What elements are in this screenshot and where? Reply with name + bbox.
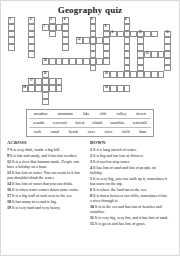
across-clue: 19It is very hard and very heavy.	[7, 205, 86, 210]
crossword-grid: 12345678910111213141516171819	[8, 17, 172, 106]
clue-number: 2	[30, 18, 31, 21]
grid-cell[interactable]	[137, 65, 144, 72]
grid-cell[interactable]	[103, 31, 110, 38]
grid-cell[interactable]	[151, 71, 158, 78]
across-clue-list: 7It is very dark, inside a big hill.9It …	[7, 147, 86, 210]
across-clue: 14It has lots of water that you can drin…	[7, 181, 86, 186]
grid-cell[interactable]	[76, 58, 83, 65]
down-clue: 5It is very big, you can walk up it, som…	[90, 176, 169, 186]
grid-cell[interactable]	[124, 85, 131, 92]
clue-number: 8	[105, 25, 106, 28]
grid-cell[interactable]	[28, 44, 35, 51]
word-bank-word: coastline	[110, 119, 124, 127]
grid-cell[interactable]	[124, 44, 131, 51]
clue-number: 15	[90, 221, 94, 226]
grid-cell[interactable]	[8, 44, 15, 51]
clue-number: 19	[7, 205, 11, 210]
grid-cell[interactable]	[28, 85, 35, 92]
grid-cell[interactable]: 6	[124, 17, 131, 24]
grid-cell[interactable]	[28, 24, 35, 31]
grid-cell[interactable]: 15	[42, 71, 49, 78]
worksheet-page: Geography quiz 1234567891011121314151617…	[0, 0, 180, 256]
grid-cell[interactable]	[62, 24, 69, 31]
word-bank-word: field	[122, 128, 129, 136]
grid-cell[interactable]: 2	[28, 17, 35, 24]
word-bank-word: beach	[69, 128, 78, 136]
clue-number: 16	[7, 187, 11, 192]
grid-cell[interactable]	[83, 37, 90, 44]
clue-number: 5	[91, 18, 92, 21]
grid-cell[interactable]	[151, 31, 158, 38]
grid-cell[interactable]	[124, 65, 131, 72]
grid-cell[interactable]	[164, 37, 171, 44]
clue-number: 4	[64, 18, 65, 21]
page-title: Geography quiz	[1, 5, 179, 15]
word-bank-word: meadow	[34, 110, 48, 118]
down-clue: 1It is a long stretch of water.	[90, 147, 169, 152]
clue-number: 6	[125, 18, 126, 21]
across-clue: 7It is very dark, inside a big hill.	[7, 147, 86, 152]
grid-cell[interactable]	[49, 31, 56, 38]
grid-cell[interactable]	[49, 85, 56, 92]
clue-number: 12	[78, 38, 81, 41]
grid-cell[interactable]: 11	[164, 31, 171, 38]
grid-cell[interactable]	[90, 58, 97, 65]
across-clue: 12It is a river that humans made. People…	[7, 159, 86, 169]
grid-cell[interactable]: 10	[137, 31, 144, 38]
grid-cell[interactable]	[151, 51, 158, 58]
down-clue-list: 1It is a long stretch of water.2It is bi…	[90, 147, 169, 226]
clue-number: 14	[7, 181, 11, 186]
grid-cell[interactable]: 13	[144, 51, 151, 58]
grid-cell[interactable]	[103, 44, 110, 51]
grid-cell[interactable]	[124, 31, 131, 38]
across-header: ACROSS	[7, 140, 86, 145]
word-bank-word: valley	[116, 110, 126, 118]
clue-number: 17	[7, 193, 11, 198]
grid-cell[interactable]	[117, 85, 124, 92]
clue-number: 4	[90, 165, 92, 170]
across-clue: 9It is flat and sandy, and it has hot we…	[7, 153, 86, 158]
word-bank-word: cave	[88, 128, 95, 136]
word-bank-word: seaside	[33, 119, 45, 127]
clue-number: 3	[90, 159, 92, 164]
grid-cell[interactable]	[96, 37, 103, 44]
grid-cell[interactable]	[124, 51, 131, 58]
word-bank-row: rockcanalbeachcaveriverfielddam	[29, 128, 151, 136]
grid-cell[interactable]	[90, 24, 97, 31]
grid-cell[interactable]: 5	[90, 17, 97, 24]
clue-number: 15	[44, 72, 47, 75]
word-bank-word: reservoir	[53, 119, 67, 127]
grid-cell[interactable]	[42, 78, 49, 85]
down-clue: 6It is where the land meets the sea.	[90, 187, 169, 192]
grid-cell[interactable]	[8, 37, 15, 44]
grid-cell[interactable]	[28, 51, 35, 58]
grid-cell[interactable]	[49, 78, 56, 85]
word-bank-word: mountain	[58, 110, 73, 118]
grid-cell[interactable]	[124, 58, 131, 65]
grid-cell[interactable]	[62, 31, 69, 38]
grid-cell[interactable]	[28, 37, 35, 44]
grid-cell[interactable]	[144, 71, 151, 78]
word-bank-row: meadowmountainlakecliffvalleydesert	[29, 110, 151, 119]
clue-number: 3	[50, 18, 51, 21]
grid-cell[interactable]: 19	[103, 85, 110, 92]
grid-cell[interactable]	[56, 85, 63, 92]
grid-cell[interactable]: 7	[42, 24, 49, 31]
clue-number: 9	[7, 153, 9, 158]
down-clue: 4It has lots of sand and lots of people …	[90, 165, 169, 175]
word-bank-word: island	[92, 119, 102, 127]
grid-cell[interactable]	[49, 58, 56, 65]
down-section: DOWN 1It is a long stretch of water.2It …	[90, 139, 173, 227]
grid-cell[interactable]	[124, 37, 131, 44]
grid-cell[interactable]: 8	[103, 24, 110, 31]
grid-cell[interactable]	[42, 85, 49, 92]
grid-cell[interactable]	[103, 51, 110, 58]
grid-cell[interactable]	[110, 85, 117, 92]
grid-cell[interactable]	[62, 37, 69, 44]
grid-cell[interactable]	[90, 44, 97, 51]
across-clue: 13It has lots of water. You can swim in …	[7, 170, 86, 180]
grid-cell[interactable]	[130, 71, 137, 78]
across-clue: 17It is a big wall of rock next to the s…	[7, 193, 86, 198]
grid-cell[interactable]	[164, 58, 171, 65]
down-clue: 15It is green and has lots of grass.	[90, 221, 169, 226]
across-clue: 16It is when water comes down some rocks…	[7, 187, 86, 192]
word-bank-word: cliff	[100, 110, 107, 118]
down-clue: 10It is in the sea and has lots of beach…	[90, 204, 169, 214]
grid-cell[interactable]	[117, 31, 124, 38]
clue-number: 2	[90, 153, 92, 158]
clue-number: 1	[10, 18, 11, 21]
clues-section: ACROSS 7It is very dark, inside a big hi…	[1, 137, 179, 227]
clue-number: 10	[90, 204, 94, 209]
grid-cell[interactable]	[158, 71, 165, 78]
clue-number: 16	[105, 72, 108, 75]
clue-number: 18	[7, 199, 11, 204]
clue-number: 14	[44, 59, 47, 62]
clue-number: 6	[90, 187, 92, 192]
grid-cell[interactable]	[158, 51, 165, 58]
down-clue: 8It is down between two hills, sometimes…	[90, 193, 169, 203]
down-clue: 2It is big and has lots of flowers.	[90, 153, 169, 158]
grid-cell[interactable]	[110, 71, 117, 78]
clue-number: 5	[90, 176, 92, 181]
grid-cell[interactable]: 18	[22, 85, 29, 92]
grid-cell[interactable]	[62, 58, 69, 65]
grid-cell[interactable]	[35, 85, 42, 92]
grid-cell[interactable]	[83, 58, 90, 65]
grid-cell[interactable]	[90, 65, 97, 72]
word-bank-word: desert	[136, 110, 146, 118]
word-bank-word: river	[105, 128, 113, 136]
grid-cell[interactable]: 4	[62, 17, 69, 24]
across-section: ACROSS 7It is very dark, inside a big hi…	[7, 139, 90, 227]
clue-number: 7	[44, 25, 45, 28]
grid-cell[interactable]: 3	[49, 17, 56, 24]
grid-cell[interactable]	[103, 37, 110, 44]
grid-cell[interactable]	[90, 37, 97, 44]
down-clue: 11It is very big, very hot, and it has l…	[90, 215, 169, 220]
word-bank: meadowmountainlakecliffvalleydesertseasi…	[26, 109, 154, 137]
grid-cell[interactable]	[8, 31, 15, 38]
word-bank-word: forest	[75, 119, 84, 127]
grid-cell[interactable]	[124, 71, 131, 78]
grid-cell[interactable]	[90, 51, 97, 58]
grid-cell[interactable]	[164, 65, 171, 72]
grid-cell[interactable]: 9	[110, 31, 117, 38]
grid-cell[interactable]	[137, 37, 144, 44]
grid-cell[interactable]	[137, 51, 144, 58]
grid-cell[interactable]: 12	[76, 37, 83, 44]
grid-cell[interactable]	[164, 51, 171, 58]
grid-cell[interactable]	[56, 24, 63, 31]
word-bank-word: dam	[139, 128, 146, 136]
grid-cell[interactable]	[137, 71, 144, 78]
clue-number: 18	[23, 86, 26, 89]
grid-cell[interactable]	[103, 58, 110, 65]
grid-cell[interactable]: 1	[8, 17, 15, 24]
word-bank-word: lake	[83, 110, 90, 118]
word-bank-word: canal	[51, 128, 59, 136]
clue-number: 17	[30, 79, 33, 82]
grid-cell[interactable]	[8, 24, 15, 31]
grid-cell[interactable]	[137, 44, 144, 51]
grid-cell[interactable]	[56, 78, 63, 85]
word-bank-row: seasidereservoirforestislandcoastlinewat…	[29, 119, 151, 128]
grid-cell[interactable]	[124, 24, 131, 31]
grid-cell[interactable]	[90, 31, 97, 38]
grid-cell[interactable]	[28, 31, 35, 38]
clue-number: 11	[90, 215, 94, 220]
clue-number: 1	[90, 147, 92, 152]
grid-cell[interactable]	[130, 31, 137, 38]
grid-cell[interactable]	[56, 58, 63, 65]
grid-cell[interactable]	[62, 44, 69, 51]
grid-cell[interactable]	[42, 92, 49, 99]
clue-number: 11	[166, 31, 169, 34]
down-clue: 3It is used to stop water.	[90, 159, 169, 164]
grid-cell[interactable]	[49, 24, 56, 31]
grid-cell[interactable]: 16	[103, 71, 110, 78]
grid-cell[interactable]	[35, 78, 42, 85]
grid-cell[interactable]	[96, 58, 103, 65]
clue-number: 12	[7, 159, 11, 164]
clue-number: 13	[146, 52, 149, 55]
word-bank-word: rock	[34, 128, 41, 136]
clue-number: 8	[90, 193, 92, 198]
grid-cell[interactable]: 17	[28, 78, 35, 85]
clue-number: 10	[139, 31, 142, 34]
grid-cell[interactable]	[137, 58, 144, 65]
across-clue: 18It has many trees and is big.	[7, 199, 86, 204]
grid-cell[interactable]	[69, 58, 76, 65]
grid-cell[interactable]	[42, 99, 49, 106]
down-header: DOWN	[90, 140, 169, 145]
clue-number: 9	[112, 31, 113, 34]
grid-cell[interactable]	[144, 31, 151, 38]
grid-cell[interactable]	[117, 71, 124, 78]
clue-number: 13	[7, 170, 11, 175]
clue-number: 7	[7, 147, 9, 152]
word-bank-word: waterfall	[133, 119, 147, 127]
grid-cell[interactable]	[164, 44, 171, 51]
clue-number: 19	[105, 86, 108, 89]
grid-cell[interactable]: 14	[42, 58, 49, 65]
